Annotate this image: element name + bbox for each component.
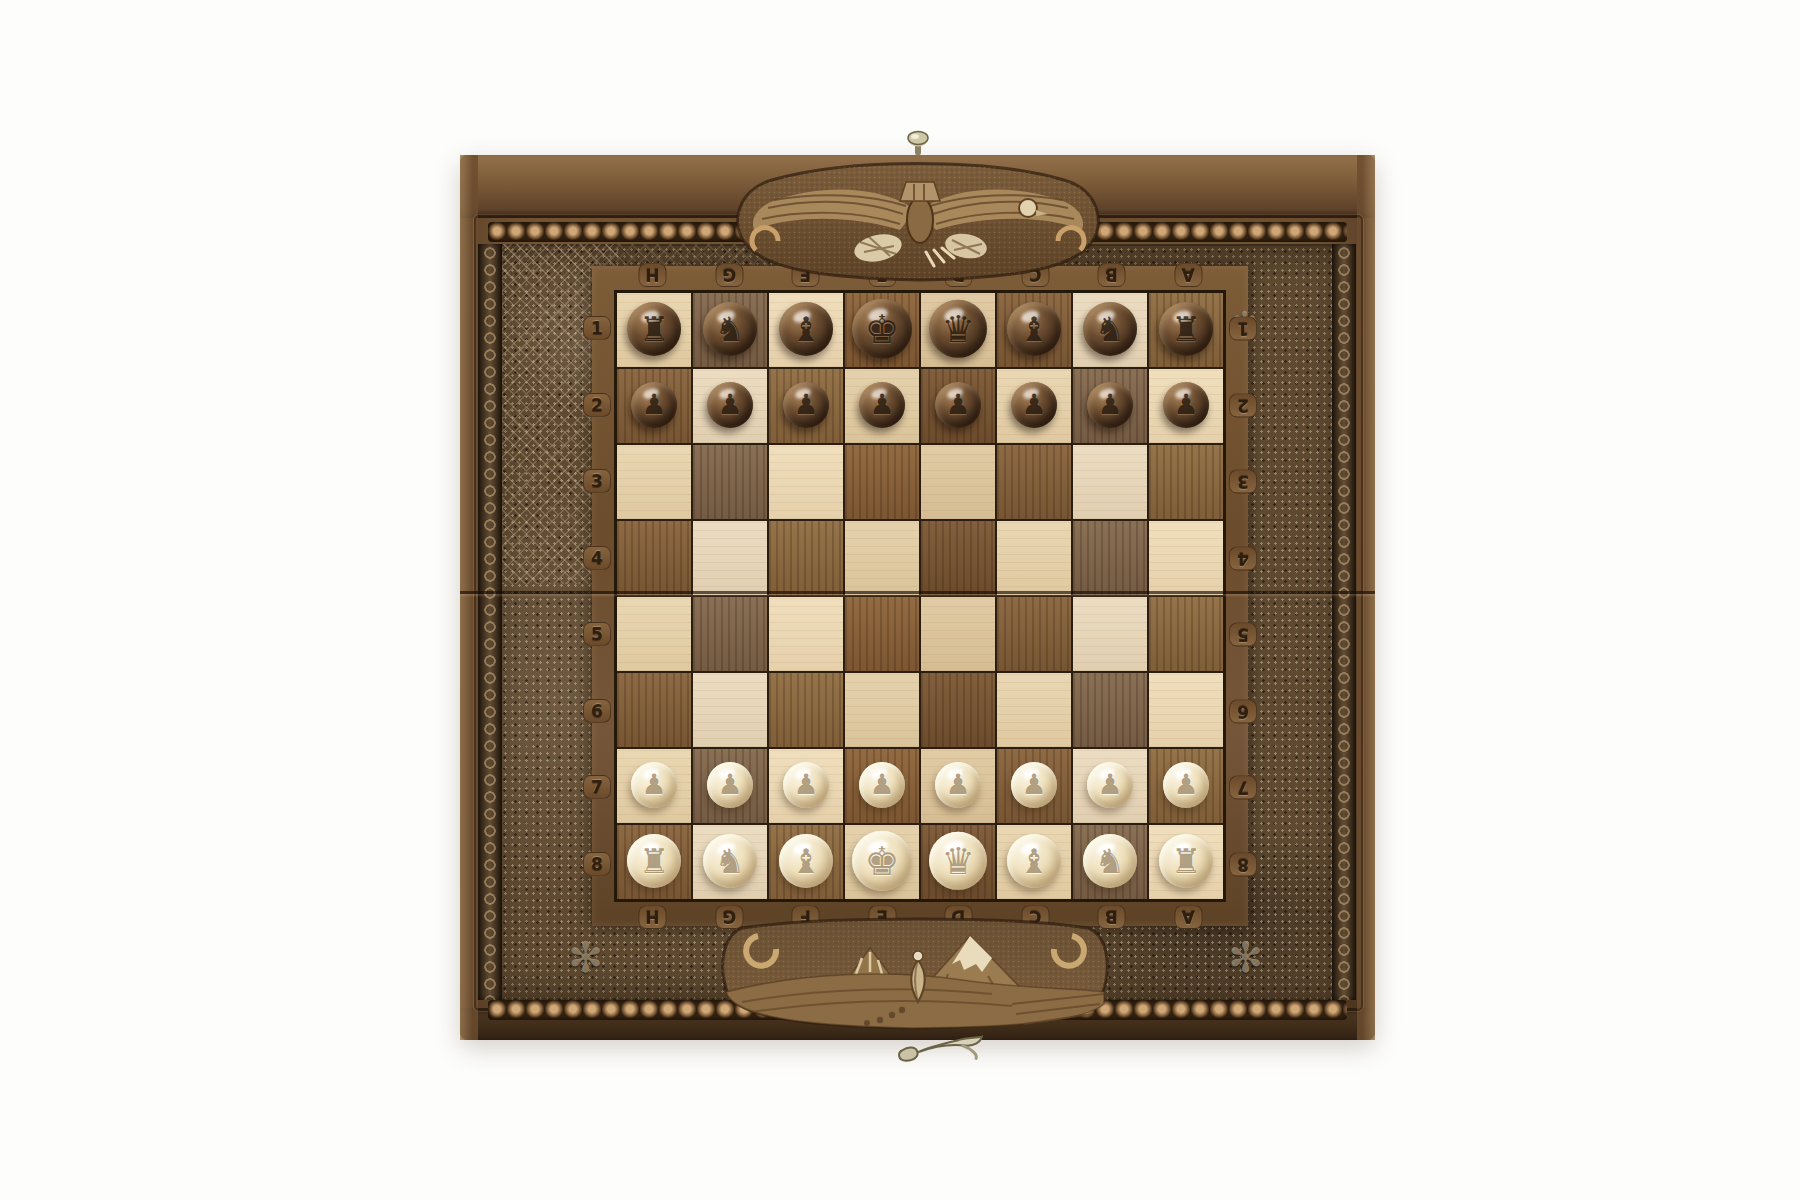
pawn-glyph: ♟ — [641, 771, 666, 799]
coordinate-label-a: A — [1150, 904, 1227, 930]
rook-glyph: ♜ — [639, 312, 669, 346]
knight-glyph: ♞ — [715, 312, 745, 346]
coordinate-label-1: 1 — [582, 290, 612, 367]
square-h8[interactable]: ♜ — [617, 825, 691, 899]
coordinate-label-6: 6 — [1228, 673, 1258, 750]
coordinate-label-a: A — [1150, 262, 1227, 288]
pawn-glyph: ♟ — [1021, 391, 1046, 419]
king-glyph: ♚ — [865, 841, 900, 880]
square-e5[interactable] — [845, 597, 919, 671]
pawn-glyph: ♟ — [1173, 391, 1198, 419]
piece-black-pawn-a2[interactable]: ♟ — [1163, 382, 1209, 428]
pawn-glyph: ♟ — [1097, 391, 1122, 419]
square-h5[interactable] — [617, 597, 691, 671]
piece-white-king-e8[interactable]: ♚ — [852, 831, 912, 891]
square-c7[interactable]: ♟ — [997, 749, 1071, 823]
snowflake-motif: ✻ — [1228, 933, 1263, 982]
pawn-glyph: ♟ — [945, 391, 970, 419]
king-glyph: ♚ — [865, 309, 900, 348]
square-c6[interactable] — [997, 673, 1071, 747]
coordinate-label-4: 4 — [582, 520, 612, 597]
piece-black-pawn-d2[interactable]: ♟ — [935, 382, 981, 428]
bishop-glyph: ♝ — [791, 844, 821, 878]
pawn-glyph: ♟ — [1021, 771, 1046, 799]
bishop-glyph: ♝ — [791, 312, 821, 346]
coordinate-label-7: 7 — [1228, 749, 1258, 826]
square-d4[interactable] — [921, 521, 995, 595]
piece-black-pawn-g2[interactable]: ♟ — [707, 382, 753, 428]
pawn-glyph: ♟ — [717, 771, 742, 799]
eagle-carving — [728, 156, 1108, 306]
square-b3[interactable] — [1073, 445, 1147, 519]
piece-white-pawn-d7[interactable]: ♟ — [935, 762, 981, 808]
coordinate-label-3: 3 — [582, 443, 612, 520]
square-f5[interactable] — [769, 597, 843, 671]
piece-white-pawn-a7[interactable]: ♟ — [1163, 762, 1209, 808]
piece-black-bishop-c1[interactable]: ♝ — [1007, 302, 1061, 356]
pawn-glyph: ♟ — [945, 771, 970, 799]
piece-black-rook-a1[interactable]: ♜ — [1159, 302, 1213, 356]
piece-white-rook-a8[interactable]: ♜ — [1159, 834, 1213, 888]
square-a1[interactable]: ♜ — [1149, 293, 1223, 367]
knight-glyph: ♞ — [1095, 844, 1125, 878]
piece-black-king-e1[interactable]: ♚ — [852, 299, 912, 359]
square-a4[interactable] — [1149, 521, 1223, 595]
piece-black-pawn-c2[interactable]: ♟ — [1011, 382, 1057, 428]
square-e3[interactable] — [845, 445, 919, 519]
piece-black-knight-g1[interactable]: ♞ — [703, 302, 757, 356]
piece-black-pawn-f2[interactable]: ♟ — [783, 382, 829, 428]
piece-white-rook-h8[interactable]: ♜ — [627, 834, 681, 888]
square-c4[interactable] — [997, 521, 1071, 595]
piece-black-knight-b1[interactable]: ♞ — [1083, 302, 1137, 356]
piece-black-pawn-h2[interactable]: ♟ — [631, 382, 677, 428]
square-f3[interactable] — [769, 445, 843, 519]
square-d8[interactable]: ♛ — [921, 825, 995, 899]
queen-glyph: ♛ — [941, 842, 974, 879]
piece-white-pawn-c7[interactable]: ♟ — [1011, 762, 1057, 808]
square-h6[interactable] — [617, 673, 691, 747]
coordinate-label-4: 4 — [1228, 520, 1258, 597]
queen-glyph: ♛ — [941, 310, 974, 347]
square-b4[interactable] — [1073, 521, 1147, 595]
coordinate-label-8: 8 — [1228, 826, 1258, 903]
piece-white-pawn-g7[interactable]: ♟ — [707, 762, 753, 808]
piece-white-queen-d8[interactable]: ♛ — [929, 832, 987, 890]
pawn-glyph: ♟ — [1173, 771, 1198, 799]
square-f6[interactable] — [769, 673, 843, 747]
rank-labels-left: 12345678 — [582, 290, 612, 902]
coordinate-label-8: 8 — [582, 826, 612, 903]
photo-background: ✻ ✻ ✻ — [0, 0, 1800, 1200]
piece-white-pawn-e7[interactable]: ♟ — [859, 762, 905, 808]
piece-black-rook-h1[interactable]: ♜ — [627, 302, 681, 356]
square-g8[interactable]: ♞ — [693, 825, 767, 899]
square-g5[interactable] — [693, 597, 767, 671]
rook-glyph: ♜ — [639, 844, 669, 878]
square-g7[interactable]: ♟ — [693, 749, 767, 823]
square-h4[interactable] — [617, 521, 691, 595]
piece-black-queen-d1[interactable]: ♛ — [929, 300, 987, 358]
bishop-glyph: ♝ — [1019, 844, 1049, 878]
coordinate-label-h: H — [614, 904, 691, 930]
rank-labels-right: 12345678 — [1228, 290, 1258, 902]
square-d7[interactable]: ♟ — [921, 749, 995, 823]
pawn-glyph: ♟ — [1097, 771, 1122, 799]
piece-white-knight-g8[interactable]: ♞ — [703, 834, 757, 888]
coordinate-label-5: 5 — [1228, 596, 1258, 673]
square-h1[interactable]: ♜ — [617, 293, 691, 367]
square-e8[interactable]: ♚ — [845, 825, 919, 899]
square-b5[interactable] — [1073, 597, 1147, 671]
metal-clasp — [893, 1032, 989, 1068]
square-f7[interactable]: ♟ — [769, 749, 843, 823]
knight-glyph: ♞ — [1095, 312, 1125, 346]
piece-white-bishop-f8[interactable]: ♝ — [779, 834, 833, 888]
piece-white-pawn-h7[interactable]: ♟ — [631, 762, 677, 808]
square-d3[interactable] — [921, 445, 995, 519]
square-h7[interactable]: ♟ — [617, 749, 691, 823]
square-b7[interactable]: ♟ — [1073, 749, 1147, 823]
coordinate-label-1: 1 — [1228, 290, 1258, 367]
piece-white-knight-b8[interactable]: ♞ — [1083, 834, 1137, 888]
coordinate-label-h: H — [614, 262, 691, 288]
piece-black-bishop-f1[interactable]: ♝ — [779, 302, 833, 356]
square-a6[interactable] — [1149, 673, 1223, 747]
bishop-glyph: ♝ — [1019, 312, 1049, 346]
rook-glyph: ♜ — [1171, 312, 1201, 346]
square-d5[interactable] — [921, 597, 995, 671]
pawn-glyph: ♟ — [641, 391, 666, 419]
coordinate-label-7: 7 — [582, 749, 612, 826]
pawn-glyph: ♟ — [717, 391, 742, 419]
coordinate-label-2: 2 — [582, 367, 612, 444]
square-c2[interactable]: ♟ — [997, 369, 1071, 443]
piece-white-pawn-b7[interactable]: ♟ — [1087, 762, 1133, 808]
square-a2[interactable]: ♟ — [1149, 369, 1223, 443]
coordinate-label-6: 6 — [582, 673, 612, 750]
carved-chess-box: ✻ ✻ ✻ — [460, 155, 1375, 1040]
coordinate-label-5: 5 — [582, 596, 612, 673]
knight-glyph: ♞ — [715, 844, 745, 878]
brass-knob — [903, 129, 933, 159]
piece-black-pawn-b2[interactable]: ♟ — [1087, 382, 1133, 428]
square-d2[interactable]: ♟ — [921, 369, 995, 443]
square-d6[interactable] — [921, 673, 995, 747]
square-e7[interactable]: ♟ — [845, 749, 919, 823]
mount-ararat-carving — [712, 910, 1117, 1038]
square-a5[interactable] — [1149, 597, 1223, 671]
square-g6[interactable] — [693, 673, 767, 747]
square-c8[interactable]: ♝ — [997, 825, 1071, 899]
square-f2[interactable]: ♟ — [769, 369, 843, 443]
piece-white-bishop-c8[interactable]: ♝ — [1007, 834, 1061, 888]
square-c3[interactable] — [997, 445, 1071, 519]
square-b8[interactable]: ♞ — [1073, 825, 1147, 899]
chess-board: ♜♞♝♚♛♝♞♜♟♟♟♟♟♟♟♟♟♟♟♟♟♟♟♟♜♞♝♚♛♝♞♜ — [614, 290, 1226, 902]
square-b2[interactable]: ♟ — [1073, 369, 1147, 443]
square-c5[interactable] — [997, 597, 1071, 671]
square-h3[interactable] — [617, 445, 691, 519]
fold-seam — [460, 591, 1375, 594]
square-a8[interactable]: ♜ — [1149, 825, 1223, 899]
pawn-glyph: ♟ — [793, 771, 818, 799]
chain-border-left — [478, 244, 502, 1000]
square-f8[interactable]: ♝ — [769, 825, 843, 899]
square-h2[interactable]: ♟ — [617, 369, 691, 443]
pawn-glyph: ♟ — [869, 771, 894, 799]
rook-glyph: ♜ — [1171, 844, 1201, 878]
square-a3[interactable] — [1149, 445, 1223, 519]
square-g3[interactable] — [693, 445, 767, 519]
square-g2[interactable]: ♟ — [693, 369, 767, 443]
piece-white-pawn-f7[interactable]: ♟ — [783, 762, 829, 808]
chain-border-right — [1332, 244, 1356, 1000]
square-e6[interactable] — [845, 673, 919, 747]
square-e2[interactable]: ♟ — [845, 369, 919, 443]
pawn-glyph: ♟ — [869, 391, 894, 419]
square-e4[interactable] — [845, 521, 919, 595]
coordinate-label-2: 2 — [1228, 367, 1258, 444]
square-g4[interactable] — [693, 521, 767, 595]
pawn-glyph: ♟ — [793, 391, 818, 419]
square-b6[interactable] — [1073, 673, 1147, 747]
piece-black-pawn-e2[interactable]: ♟ — [859, 382, 905, 428]
snowflake-motif: ✻ — [568, 933, 603, 982]
square-f4[interactable] — [769, 521, 843, 595]
square-a7[interactable]: ♟ — [1149, 749, 1223, 823]
coordinate-label-3: 3 — [1228, 443, 1258, 520]
